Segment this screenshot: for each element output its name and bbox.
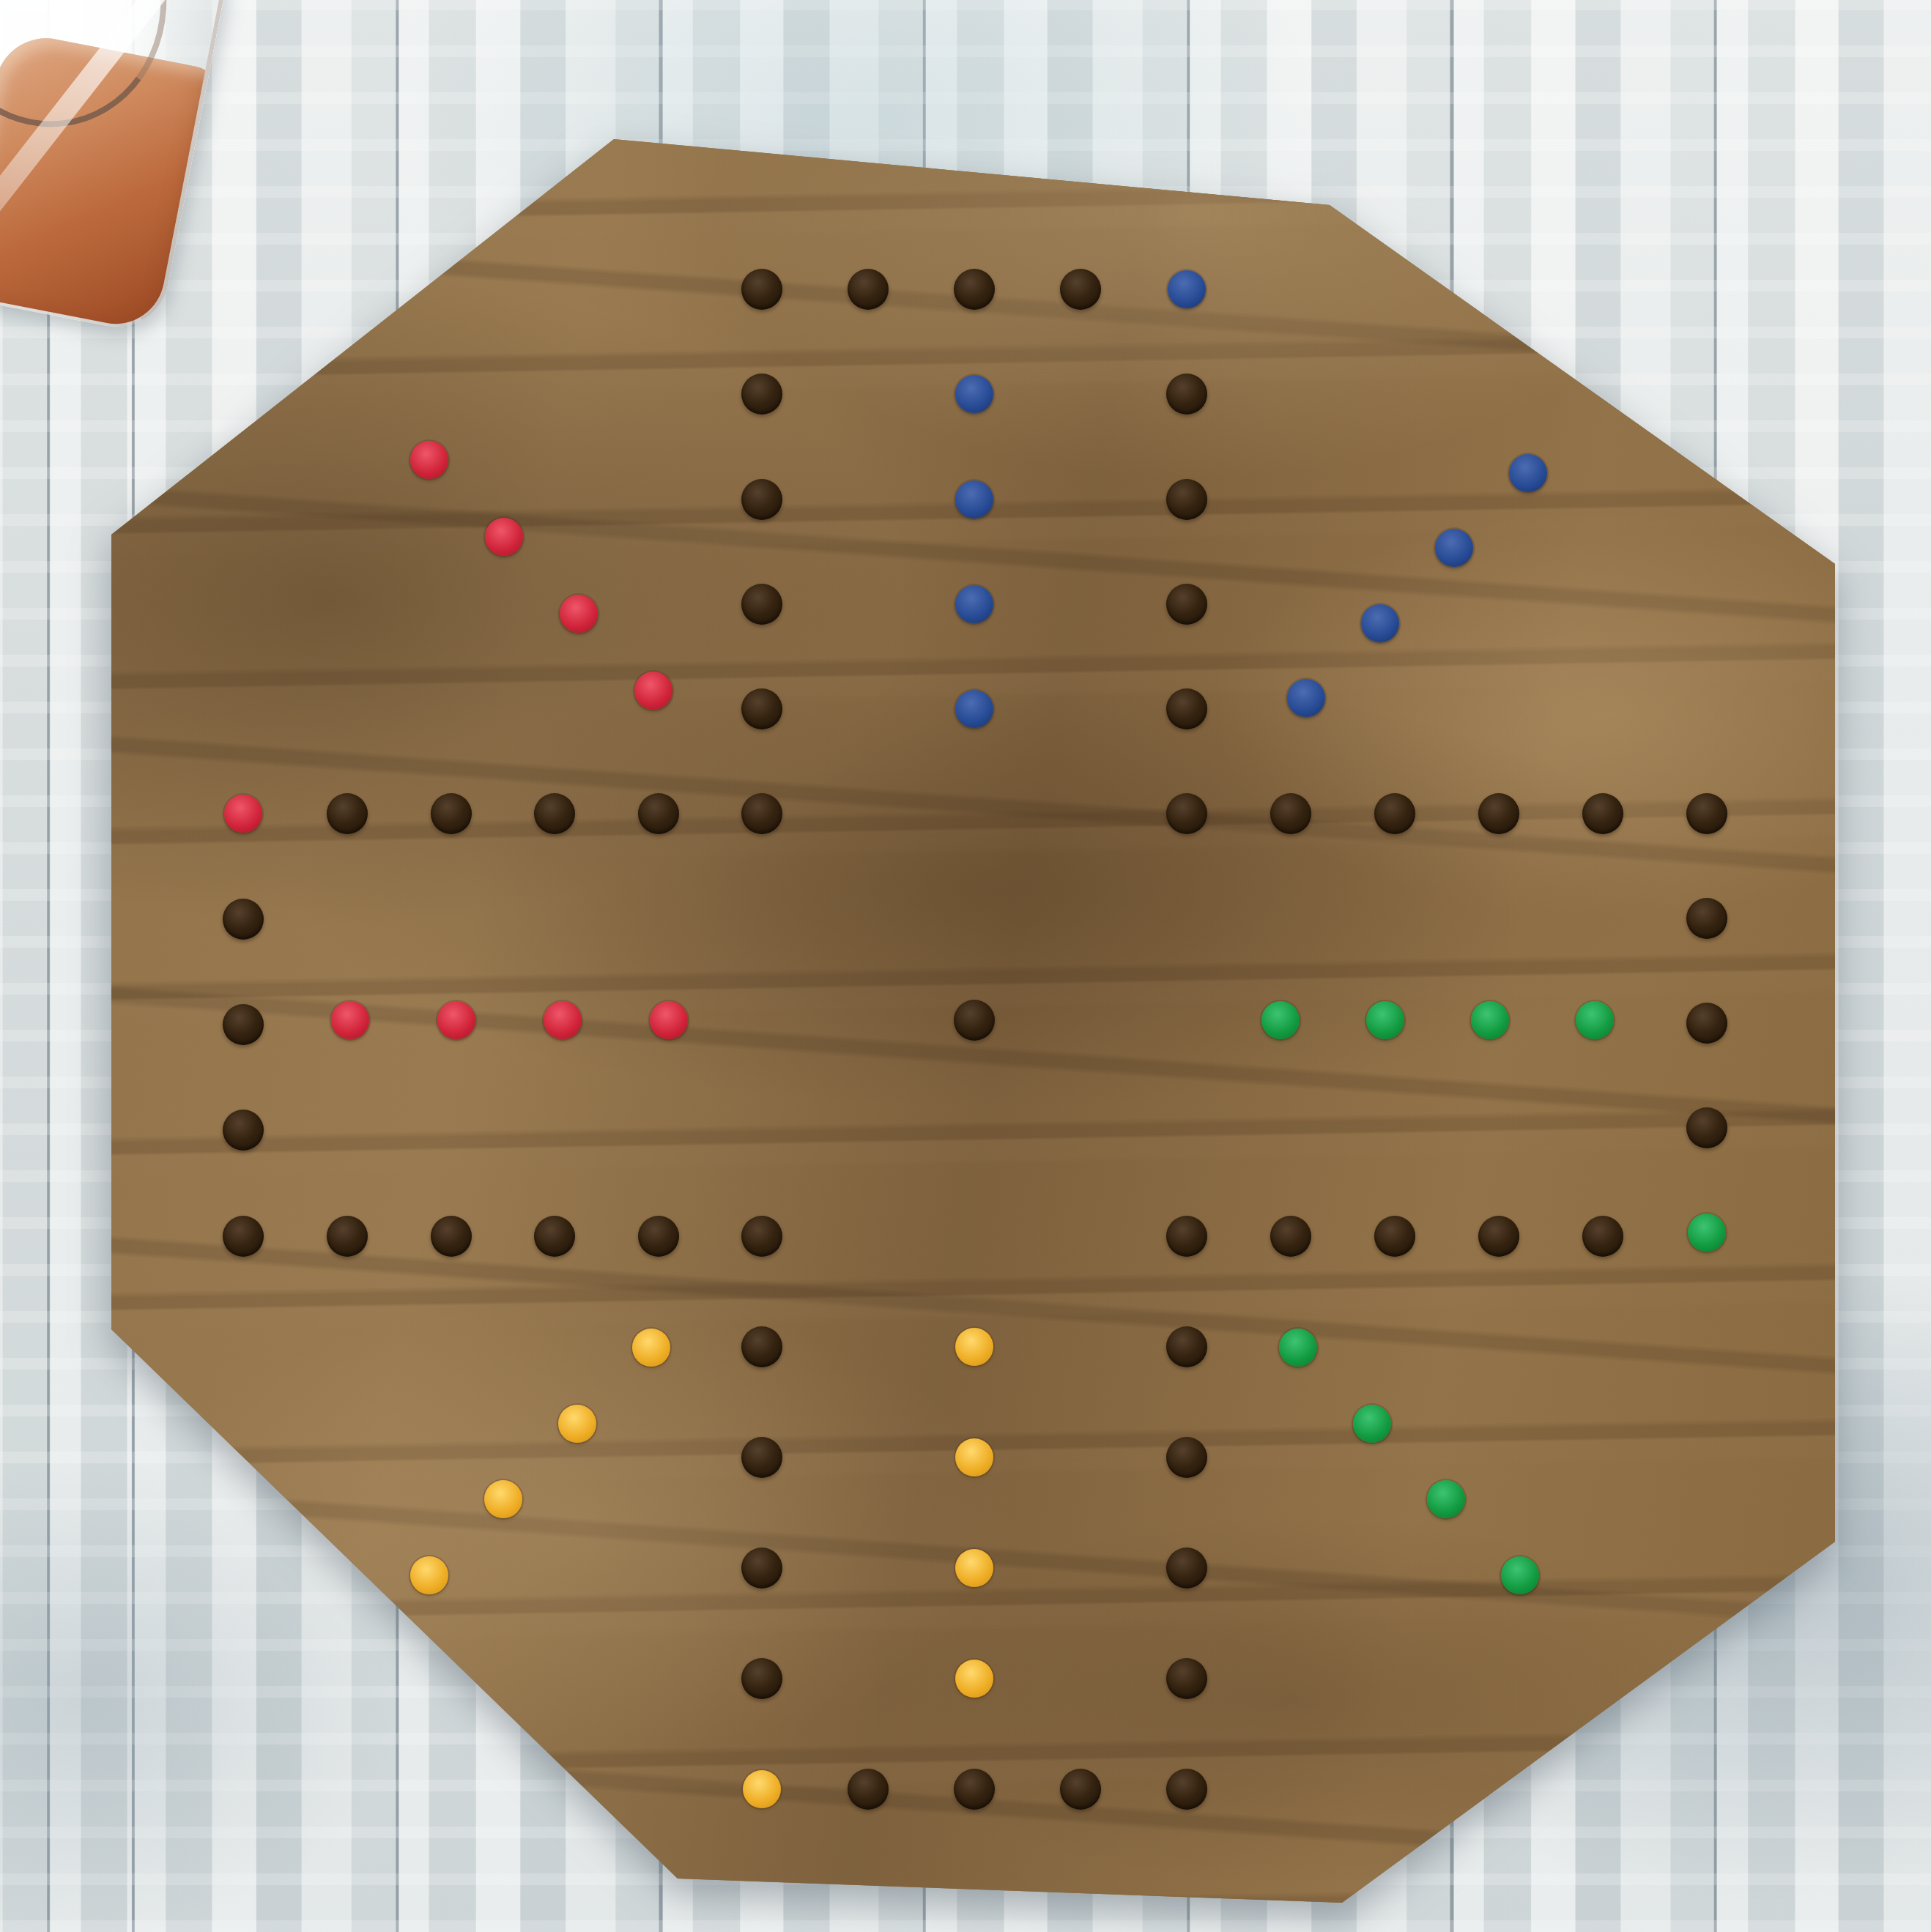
hole-track-01 [741,269,782,310]
hole-track-41 [431,1216,472,1257]
hole-home-red-3 [544,1001,582,1039]
hole-home-blue-4 [955,690,993,728]
hole-track-39 [638,1216,679,1257]
photo-scene [0,0,1931,1932]
hole-track-37 [741,1326,782,1367]
hole-track-22 [1374,1216,1415,1257]
hole-track-02 [848,269,889,310]
hole-track-04 [1060,269,1101,310]
hole-start-yellow-3 [558,1405,596,1443]
hole-track-48 [327,793,368,834]
hole-track-08 [1166,584,1207,625]
hole-track-16 [1686,898,1727,939]
hole-track-15 [1686,793,1727,834]
hole-track-36 [741,1437,782,1478]
hole-track-17 [1686,1003,1727,1044]
hole-track-28 [1166,1658,1207,1699]
hole-center-shortcut [954,1000,995,1041]
hole-track-25 [1166,1326,1207,1367]
hole-home-yellow-2 [955,1549,993,1587]
hole-start-blue-2 [1435,529,1473,567]
hole-track-33-yellow-entry [743,1770,781,1808]
hole-start-red-3 [560,595,598,633]
hole-start-blue-4 [1287,679,1325,717]
hole-track-13 [1478,793,1519,834]
hole-track-27 [1166,1548,1207,1589]
hole-track-51 [638,793,679,834]
hole-home-red-2 [437,1001,475,1039]
hole-track-06 [1166,374,1207,415]
hole-start-red-2 [485,518,523,556]
hole-home-blue-3 [955,585,993,623]
hole-track-18 [1686,1107,1727,1148]
hole-track-47-red-entry [224,795,262,833]
hole-start-yellow-4 [632,1329,670,1367]
hole-track-30 [1060,1769,1101,1810]
hole-home-yellow-3 [955,1438,993,1476]
hole-start-red-4 [634,672,672,710]
hole-track-10 [1166,793,1207,834]
hole-track-24 [1166,1216,1207,1257]
hole-track-52 [741,793,782,834]
hole-track-19-green-entry [1688,1214,1726,1252]
hole-track-29 [1166,1769,1207,1810]
hole-track-14 [1582,793,1623,834]
hole-track-53 [741,688,782,729]
hole-track-32 [848,1769,889,1810]
hole-home-green-3 [1366,1001,1404,1039]
hole-track-56 [741,374,782,415]
hole-track-09 [1166,688,1207,729]
hole-track-38 [741,1216,782,1257]
hole-track-55 [741,479,782,520]
hole-home-red-1 [331,1001,369,1039]
hole-start-green-4 [1279,1329,1317,1367]
hole-start-red-1 [410,441,448,479]
hole-track-12 [1374,793,1415,834]
hole-home-green-1 [1576,1001,1614,1039]
hole-home-green-2 [1471,1001,1509,1039]
hole-track-31 [954,1769,995,1810]
hole-track-40 [534,1216,575,1257]
aggravation-board [0,0,1931,1932]
hole-track-07 [1166,479,1207,520]
board-shadow-wrap [0,0,1931,1932]
hole-track-46 [223,899,264,940]
hole-track-42 [327,1216,368,1257]
hole-start-green-3 [1353,1405,1391,1443]
hole-start-yellow-2 [484,1480,522,1518]
hole-home-yellow-1 [955,1660,993,1698]
hole-track-44 [223,1110,264,1151]
hole-start-green-2 [1427,1480,1465,1518]
hole-home-blue-1 [955,375,993,413]
hole-track-11 [1270,793,1311,834]
hole-start-green-1 [1501,1556,1539,1594]
hole-start-blue-3 [1361,604,1399,642]
hole-start-yellow-1 [410,1556,448,1594]
hole-track-43 [223,1216,264,1257]
hole-track-20 [1582,1216,1623,1257]
hole-start-blue-1 [1509,454,1547,492]
hole-home-red-4 [650,1001,688,1039]
hole-track-05-blue-entry [1168,270,1206,308]
hole-home-yellow-4 [955,1328,993,1366]
hole-track-45 [223,1004,264,1045]
hole-track-54 [741,584,782,625]
hole-home-green-4 [1261,1001,1300,1039]
hole-track-50 [534,793,575,834]
hole-track-26 [1166,1437,1207,1478]
hole-track-35 [741,1548,782,1589]
hole-track-21 [1478,1216,1519,1257]
hole-home-blue-2 [955,480,993,519]
hole-track-03 [954,269,995,310]
hole-track-23 [1270,1216,1311,1257]
hole-track-34 [741,1658,782,1699]
hole-track-49 [431,793,472,834]
